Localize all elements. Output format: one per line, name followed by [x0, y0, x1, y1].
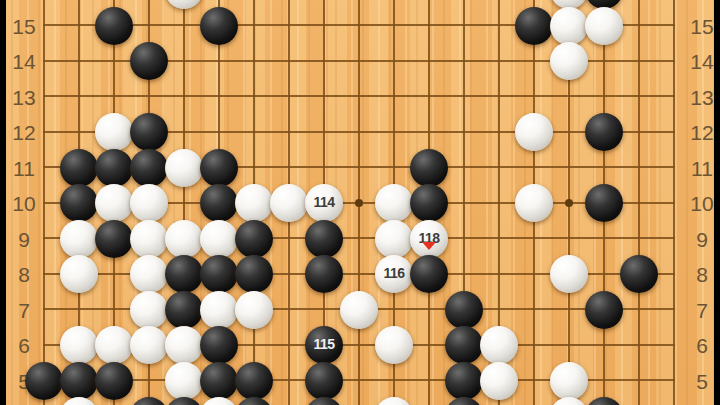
stone-white-11-8: 116: [375, 255, 413, 293]
stone-white-7-10: [235, 184, 273, 222]
row-label-right-10: 10: [690, 193, 713, 214]
stone-white-16-4: [550, 397, 588, 405]
stone-white-16-8: [550, 255, 588, 293]
stone-black-3-9: [95, 220, 133, 258]
letterbox-right: [714, 0, 720, 405]
stone-white-4-7: [130, 291, 168, 329]
stone-black-6-10: [200, 184, 238, 222]
stone-white-11-9: [375, 220, 413, 258]
row-label-right-8: 8: [696, 264, 708, 285]
row-label-right-13: 13: [690, 86, 713, 107]
stone-white-11-10: [375, 184, 413, 222]
go-board[interactable]: 1515141413131212111110109988776655114118…: [0, 0, 720, 405]
stone-white-15-12: [515, 113, 553, 151]
grid-line-h-13: [43, 95, 675, 97]
stone-white-4-10: [130, 184, 168, 222]
stone-white-6-7: [200, 291, 238, 329]
row-label-left-14: 14: [12, 51, 35, 72]
stone-white-14-5: [480, 362, 518, 400]
stone-white-2-9: [60, 220, 98, 258]
stone-black-13-7: [445, 291, 483, 329]
stone-black-17-12: [585, 113, 623, 151]
row-label-left-11: 11: [13, 157, 35, 178]
stone-white-14-6: [480, 326, 518, 364]
row-label-right-11: 11: [691, 157, 713, 178]
stone-black-3-5: [95, 362, 133, 400]
stone-black-7-5: [235, 362, 273, 400]
stone-white-3-10: [95, 184, 133, 222]
row-label-left-8: 8: [18, 264, 30, 285]
stone-white-12-9: 118: [410, 220, 448, 258]
stone-black-4-14: [130, 42, 168, 80]
stone-black-12-10: [410, 184, 448, 222]
stone-black-7-9: [235, 220, 273, 258]
stone-white-5-6: [165, 326, 203, 364]
move-number-label: 116: [383, 265, 404, 281]
row-label-right-15: 15: [690, 15, 713, 36]
stone-black-5-7: [165, 291, 203, 329]
stone-white-5-5: [165, 362, 203, 400]
stone-white-15-10: [515, 184, 553, 222]
stone-black-3-11: [95, 149, 133, 187]
stone-black-17-10: [585, 184, 623, 222]
stone-white-16-15: [550, 7, 588, 45]
row-label-right-5: 5: [696, 370, 708, 391]
stone-white-3-12: [95, 113, 133, 151]
row-label-right-14: 14: [690, 51, 713, 72]
stone-white-5-9: [165, 220, 203, 258]
stone-black-7-4: [235, 397, 273, 405]
stone-white-6-4: [200, 397, 238, 405]
stone-white-7-7: [235, 291, 273, 329]
stone-white-8-10: [270, 184, 308, 222]
row-label-right-6: 6: [696, 335, 708, 356]
stone-white-11-4: [375, 397, 413, 405]
stone-white-5-16: [165, 0, 203, 9]
stone-black-6-5: [200, 362, 238, 400]
stone-black-4-12: [130, 113, 168, 151]
row-label-left-13: 13: [12, 86, 35, 107]
row-label-right-12: 12: [690, 122, 713, 143]
stone-black-17-7: [585, 291, 623, 329]
stone-black-6-15: [200, 7, 238, 45]
stone-black-9-8: [305, 255, 343, 293]
stone-white-17-15: [585, 7, 623, 45]
move-number-label: 114: [313, 194, 334, 210]
row-label-right-9: 9: [696, 228, 708, 249]
stone-black-5-8: [165, 255, 203, 293]
stone-black-3-15: [95, 7, 133, 45]
stone-white-2-4: [60, 397, 98, 405]
row-label-left-12: 12: [12, 122, 35, 143]
stone-black-2-11: [60, 149, 98, 187]
stone-white-10-7: [340, 291, 378, 329]
stone-white-5-11: [165, 149, 203, 187]
star-point-16-10: [565, 199, 573, 207]
row-label-left-10: 10: [12, 193, 35, 214]
stone-black-6-8: [200, 255, 238, 293]
stone-black-9-4: [305, 397, 343, 405]
stone-white-4-9: [130, 220, 168, 258]
stone-black-12-11: [410, 149, 448, 187]
stone-black-18-8: [620, 255, 658, 293]
stone-white-4-6: [130, 326, 168, 364]
stone-white-2-8: [60, 255, 98, 293]
stone-white-4-8: [130, 255, 168, 293]
stone-black-2-10: [60, 184, 98, 222]
stone-white-16-5: [550, 362, 588, 400]
row-label-left-15: 15: [12, 15, 35, 36]
stone-black-9-5: [305, 362, 343, 400]
stone-black-1-5: [25, 362, 63, 400]
stone-black-17-4: [585, 397, 623, 405]
stone-white-3-6: [95, 326, 133, 364]
row-label-left-7: 7: [18, 299, 30, 320]
stone-white-16-14: [550, 42, 588, 80]
stone-black-4-11: [130, 149, 168, 187]
star-point-10-10: [355, 199, 363, 207]
stone-white-9-10: 114: [305, 184, 343, 222]
stone-black-13-6: [445, 326, 483, 364]
stone-black-7-8: [235, 255, 273, 293]
stone-black-15-15: [515, 7, 553, 45]
stone-black-4-4: [130, 397, 168, 405]
stone-white-6-9: [200, 220, 238, 258]
letterbox-left: [0, 0, 6, 405]
stone-white-11-6: [375, 326, 413, 364]
last-move-marker-icon: [422, 242, 436, 250]
move-number-label: 115: [313, 336, 334, 352]
row-label-right-7: 7: [696, 299, 708, 320]
go-board-viewport: 1515141413131212111110109988776655114118…: [0, 0, 720, 405]
stone-white-2-6: [60, 326, 98, 364]
stone-black-13-5: [445, 362, 483, 400]
stone-black-9-6: 115: [305, 326, 343, 364]
stone-black-6-11: [200, 149, 238, 187]
stone-black-5-4: [165, 397, 203, 405]
row-label-left-6: 6: [18, 335, 30, 356]
stone-black-12-8: [410, 255, 448, 293]
row-label-left-9: 9: [18, 228, 30, 249]
stone-black-13-4: [445, 397, 483, 405]
stone-black-6-6: [200, 326, 238, 364]
stone-black-2-5: [60, 362, 98, 400]
stone-black-9-9: [305, 220, 343, 258]
